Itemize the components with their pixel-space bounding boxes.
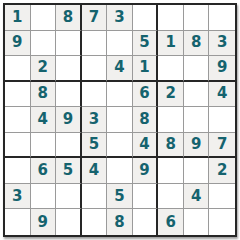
cell-r6c4[interactable]: 5 [82, 133, 108, 159]
cell-r3c1[interactable] [5, 56, 31, 82]
cell-r5c1[interactable] [5, 107, 31, 133]
cell-r2c4[interactable] [82, 31, 108, 57]
cell-r3c8[interactable] [184, 56, 210, 82]
cell-r8c2[interactable] [31, 184, 57, 210]
cell-r3c9[interactable]: 9 [209, 56, 235, 82]
cell-r6c6[interactable]: 4 [133, 133, 159, 159]
cell-r9c1[interactable] [5, 209, 31, 235]
cell-r1c7[interactable] [158, 5, 184, 31]
cell-r1c9[interactable] [209, 5, 235, 31]
cell-r8c9[interactable] [209, 184, 235, 210]
cell-r6c5[interactable] [107, 133, 133, 159]
cell-r5c9[interactable] [209, 107, 235, 133]
cell-r5c6[interactable]: 8 [133, 107, 159, 133]
cell-r1c2[interactable] [31, 5, 57, 31]
cell-r9c4[interactable] [82, 209, 108, 235]
cell-r1c3[interactable]: 8 [56, 5, 82, 31]
cell-r4c7[interactable]: 2 [158, 82, 184, 108]
cell-r4c5[interactable] [107, 82, 133, 108]
cell-r4c3[interactable] [56, 82, 82, 108]
cell-r5c2[interactable]: 4 [31, 107, 57, 133]
cell-r9c5[interactable]: 8 [107, 209, 133, 235]
cell-r8c5[interactable]: 5 [107, 184, 133, 210]
cell-r8c3[interactable] [56, 184, 82, 210]
cell-r4c2[interactable]: 8 [31, 82, 57, 108]
cell-r8c6[interactable] [133, 184, 159, 210]
cell-r8c1[interactable]: 3 [5, 184, 31, 210]
cell-r7c6[interactable]: 9 [133, 158, 159, 184]
cell-r9c9[interactable] [209, 209, 235, 235]
cell-r4c1[interactable] [5, 82, 31, 108]
cell-r1c5[interactable]: 3 [107, 5, 133, 31]
cell-r2c8[interactable]: 8 [184, 31, 210, 57]
cell-r2c5[interactable] [107, 31, 133, 57]
cell-r1c8[interactable] [184, 5, 210, 31]
cell-r7c1[interactable] [5, 158, 31, 184]
cell-r7c4[interactable]: 4 [82, 158, 108, 184]
cell-r4c4[interactable] [82, 82, 108, 108]
cell-r6c2[interactable] [31, 133, 57, 159]
cell-r3c3[interactable] [56, 56, 82, 82]
cell-r2c3[interactable] [56, 31, 82, 57]
cell-r7c3[interactable]: 5 [56, 158, 82, 184]
cell-r9c2[interactable]: 9 [31, 209, 57, 235]
cell-r1c1[interactable]: 1 [5, 5, 31, 31]
cell-r2c1[interactable]: 9 [5, 31, 31, 57]
cell-r7c9[interactable]: 2 [209, 158, 235, 184]
cell-r6c1[interactable] [5, 133, 31, 159]
cell-r2c2[interactable] [31, 31, 57, 57]
cell-r7c8[interactable] [184, 158, 210, 184]
cell-r7c5[interactable] [107, 158, 133, 184]
cell-r9c7[interactable]: 6 [158, 209, 184, 235]
cell-r6c7[interactable]: 8 [158, 133, 184, 159]
cell-r5c4[interactable]: 3 [82, 107, 108, 133]
cell-r8c4[interactable] [82, 184, 108, 210]
cell-r9c6[interactable] [133, 209, 159, 235]
cell-r2c7[interactable]: 1 [158, 31, 184, 57]
cell-r6c9[interactable]: 7 [209, 133, 235, 159]
cell-r3c4[interactable] [82, 56, 108, 82]
cell-r8c7[interactable] [158, 184, 184, 210]
cell-r4c9[interactable]: 4 [209, 82, 235, 108]
cell-r2c6[interactable]: 5 [133, 31, 159, 57]
cell-r8c8[interactable]: 4 [184, 184, 210, 210]
cell-r3c2[interactable]: 2 [31, 56, 57, 82]
cell-r7c7[interactable] [158, 158, 184, 184]
sudoku-board: 1873951832419862449385489765492354986 [3, 3, 237, 237]
cell-r1c6[interactable] [133, 5, 159, 31]
cell-r5c5[interactable] [107, 107, 133, 133]
cell-r1c4[interactable]: 7 [82, 5, 108, 31]
cell-r3c7[interactable] [158, 56, 184, 82]
cell-r9c8[interactable] [184, 209, 210, 235]
cell-r6c3[interactable] [56, 133, 82, 159]
cell-r7c2[interactable]: 6 [31, 158, 57, 184]
cell-r3c5[interactable]: 4 [107, 56, 133, 82]
cell-r6c8[interactable]: 9 [184, 133, 210, 159]
cell-r5c3[interactable]: 9 [56, 107, 82, 133]
cell-r2c9[interactable]: 3 [209, 31, 235, 57]
cell-r4c8[interactable] [184, 82, 210, 108]
cell-r5c7[interactable] [158, 107, 184, 133]
cell-r3c6[interactable]: 1 [133, 56, 159, 82]
cell-r9c3[interactable] [56, 209, 82, 235]
cell-r4c6[interactable]: 6 [133, 82, 159, 108]
cell-r5c8[interactable] [184, 107, 210, 133]
